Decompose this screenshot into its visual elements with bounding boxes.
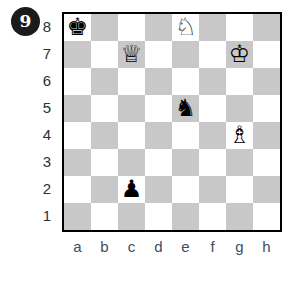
black-pawn-c2: ♟ [121, 177, 143, 201]
square-h3 [253, 149, 280, 176]
chess-board: ♚♘♕♔♞♗♟ [62, 12, 282, 232]
square-a2 [64, 176, 91, 203]
square-g3 [226, 149, 253, 176]
black-king-a8: ♚ [67, 15, 89, 39]
square-h8 [253, 14, 280, 41]
square-d2 [145, 176, 172, 203]
square-g2 [226, 176, 253, 203]
file-label-h: h [253, 236, 280, 256]
square-h7 [253, 41, 280, 68]
square-c5 [118, 95, 145, 122]
file-labels: abcdefgh [64, 236, 280, 256]
rank-label-1: 1 [38, 202, 56, 229]
file-label-g: g [226, 236, 253, 256]
square-a8: ♚ [64, 14, 91, 41]
square-g1 [226, 203, 253, 230]
square-a7 [64, 41, 91, 68]
square-f8 [199, 14, 226, 41]
square-c3 [118, 149, 145, 176]
square-f3 [199, 149, 226, 176]
square-f5 [199, 95, 226, 122]
square-d3 [145, 149, 172, 176]
rank-label-3: 3 [38, 148, 56, 175]
file-label-a: a [64, 236, 91, 256]
square-f1 [199, 203, 226, 230]
file-label-b: b [91, 236, 118, 256]
square-d5 [145, 95, 172, 122]
square-g7: ♔ [226, 41, 253, 68]
square-h4 [253, 122, 280, 149]
square-h5 [253, 95, 280, 122]
square-b5 [91, 95, 118, 122]
square-e3 [172, 149, 199, 176]
square-g8 [226, 14, 253, 41]
chess-puzzle-diagram: 9 87654321 ♚♘♕♔♞♗♟ abcdefgh [0, 0, 301, 289]
square-d8 [145, 14, 172, 41]
black-knight-e5: ♞ [175, 96, 197, 120]
square-f7 [199, 41, 226, 68]
square-b6 [91, 68, 118, 95]
square-d4 [145, 122, 172, 149]
file-label-e: e [172, 236, 199, 256]
square-c4 [118, 122, 145, 149]
square-c2: ♟ [118, 176, 145, 203]
square-f2 [199, 176, 226, 203]
square-c8 [118, 14, 145, 41]
rank-label-6: 6 [38, 67, 56, 94]
rank-label-8: 8 [38, 13, 56, 40]
square-a6 [64, 68, 91, 95]
square-f6 [199, 68, 226, 95]
rank-labels: 87654321 [38, 13, 56, 229]
square-e8: ♘ [172, 14, 199, 41]
square-c7: ♕ [118, 41, 145, 68]
file-label-c: c [118, 236, 145, 256]
square-g5 [226, 95, 253, 122]
square-b7 [91, 41, 118, 68]
square-f4 [199, 122, 226, 149]
square-h2 [253, 176, 280, 203]
square-e4 [172, 122, 199, 149]
square-d6 [145, 68, 172, 95]
rank-label-2: 2 [38, 175, 56, 202]
square-b8 [91, 14, 118, 41]
square-a5 [64, 95, 91, 122]
white-bishop-g4: ♗ [229, 123, 251, 147]
square-e5: ♞ [172, 95, 199, 122]
square-a3 [64, 149, 91, 176]
square-c6 [118, 68, 145, 95]
square-h6 [253, 68, 280, 95]
rank-label-5: 5 [38, 94, 56, 121]
white-queen-c7: ♕ [121, 42, 143, 66]
square-b4 [91, 122, 118, 149]
square-h1 [253, 203, 280, 230]
square-b3 [91, 149, 118, 176]
puzzle-number-badge: 9 [11, 7, 40, 36]
square-g4: ♗ [226, 122, 253, 149]
file-label-d: d [145, 236, 172, 256]
square-a4 [64, 122, 91, 149]
white-knight-e8: ♘ [175, 15, 197, 39]
square-d1 [145, 203, 172, 230]
square-c1 [118, 203, 145, 230]
square-e2 [172, 176, 199, 203]
rank-label-7: 7 [38, 40, 56, 67]
square-e6 [172, 68, 199, 95]
rank-label-4: 4 [38, 121, 56, 148]
white-king-g7: ♔ [229, 42, 251, 66]
square-b1 [91, 203, 118, 230]
square-g6 [226, 68, 253, 95]
square-b2 [91, 176, 118, 203]
square-e7 [172, 41, 199, 68]
square-d7 [145, 41, 172, 68]
square-e1 [172, 203, 199, 230]
file-label-f: f [199, 236, 226, 256]
square-a1 [64, 203, 91, 230]
